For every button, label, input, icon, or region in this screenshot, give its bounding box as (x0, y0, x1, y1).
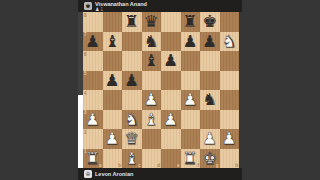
file-label-d: d (157, 163, 160, 168)
white-bishop[interactable]: ♝ (142, 110, 162, 130)
white-knight[interactable]: ♞ (122, 110, 142, 130)
square-d5[interactable] (142, 71, 162, 91)
square-b5[interactable]: ♟ (103, 71, 123, 91)
bottom-player-info: Levon Aronian (95, 171, 133, 177)
white-pawn[interactable]: ♟ (220, 129, 240, 149)
rank-label-5: 5 (84, 71, 87, 76)
file-label-e: e (177, 163, 180, 168)
square-d6[interactable]: ♝ (142, 51, 162, 71)
square-g5[interactable] (200, 71, 220, 91)
square-a3[interactable]: 3♟ (83, 110, 103, 130)
square-f6[interactable] (181, 51, 201, 71)
top-player-info: Viswanathan Anand ♟ 1 (95, 1, 147, 12)
square-a8[interactable]: 8 (83, 12, 103, 32)
square-g7[interactable]: ♟ (200, 32, 220, 52)
black-knight[interactable]: ♞ (200, 90, 220, 110)
black-pawn[interactable]: ♟ (200, 32, 220, 52)
square-f1[interactable]: f♜ (181, 149, 201, 169)
square-b1[interactable]: b (103, 149, 123, 169)
board-area: 8♜♛♜♚7♟♝♞♟♟♞6♝♟5♟♟4♟♟♞3♟♞♝♟2♟♛♟♟1a♜bc♝de… (78, 12, 242, 168)
square-f4[interactable]: ♟ (181, 90, 201, 110)
square-e5[interactable] (161, 71, 181, 91)
square-c6[interactable] (122, 51, 142, 71)
captured-pawn-icon: ♟ (95, 7, 99, 12)
square-g3[interactable] (200, 110, 220, 130)
square-a6[interactable]: 6 (83, 51, 103, 71)
square-d4[interactable]: ♟ (142, 90, 162, 110)
black-pawn[interactable]: ♟ (83, 32, 103, 52)
white-pawn[interactable]: ♟ (142, 90, 162, 110)
square-h1[interactable]: h (220, 149, 240, 169)
square-d7[interactable]: ♞ (142, 32, 162, 52)
square-b6[interactable] (103, 51, 123, 71)
black-pawn[interactable]: ♟ (161, 51, 181, 71)
square-g4[interactable]: ♞ (200, 90, 220, 110)
white-knight[interactable]: ♞ (220, 32, 240, 52)
square-a1[interactable]: 1a♜ (83, 149, 103, 169)
chess-board: 8♜♛♜♚7♟♝♞♟♟♞6♝♟5♟♟4♟♟♞3♟♞♝♟2♟♛♟♟1a♜bc♝de… (83, 12, 239, 168)
black-pawn[interactable]: ♟ (103, 71, 123, 91)
square-h5[interactable] (220, 71, 240, 91)
square-d1[interactable]: d (142, 149, 162, 169)
square-e2[interactable] (161, 129, 181, 149)
black-queen[interactable]: ♛ (142, 12, 162, 32)
square-e7[interactable] (161, 32, 181, 52)
white-queen[interactable]: ♛ (122, 129, 142, 149)
square-b2[interactable]: ♟ (103, 129, 123, 149)
square-c2[interactable]: ♛ (122, 129, 142, 149)
square-e8[interactable] (161, 12, 181, 32)
square-b7[interactable]: ♝ (103, 32, 123, 52)
square-h6[interactable] (220, 51, 240, 71)
square-h7[interactable]: ♞ (220, 32, 240, 52)
square-f2[interactable] (181, 129, 201, 149)
square-g2[interactable]: ♟ (200, 129, 220, 149)
white-pawn[interactable]: ♟ (200, 129, 220, 149)
square-f3[interactable] (181, 110, 201, 130)
white-player-avatar[interactable]: ♔ (84, 170, 92, 178)
square-c5[interactable]: ♟ (122, 71, 142, 91)
rank-label-8: 8 (84, 13, 87, 18)
square-a7[interactable]: 7♟ (83, 32, 103, 52)
square-e4[interactable] (161, 90, 181, 110)
square-b8[interactable] (103, 12, 123, 32)
bottom-player-bar: ♔ Levon Aronian (78, 168, 242, 180)
square-a5[interactable]: 5 (83, 71, 103, 91)
white-rook[interactable]: ♜ (181, 149, 201, 169)
square-e1[interactable]: e (161, 149, 181, 169)
app-window: ♚ Viswanathan Anand ♟ 1 8♜♛♜♚7♟♝♞♟♟♞6♝♟5… (0, 0, 320, 180)
rank-label-2: 2 (84, 130, 87, 135)
square-c1[interactable]: c♝ (122, 149, 142, 169)
square-c3[interactable]: ♞ (122, 110, 142, 130)
square-a4[interactable]: 4 (83, 90, 103, 110)
top-player-material: ♟ 1 (95, 7, 147, 12)
white-bishop[interactable]: ♝ (122, 149, 142, 169)
black-rook[interactable]: ♜ (122, 12, 142, 32)
white-king[interactable]: ♚ (200, 149, 220, 169)
square-a2[interactable]: 2 (83, 129, 103, 149)
square-d8[interactable]: ♛ (142, 12, 162, 32)
square-d2[interactable] (142, 129, 162, 149)
bottom-player-name[interactable]: Levon Aronian (95, 171, 133, 177)
white-rook[interactable]: ♜ (83, 149, 103, 169)
file-label-b: b (118, 163, 121, 168)
square-g8[interactable]: ♚ (200, 12, 220, 32)
square-c4[interactable] (122, 90, 142, 110)
white-king-icon: ♔ (85, 170, 90, 178)
file-label-h: h (235, 163, 238, 168)
square-h4[interactable] (220, 90, 240, 110)
square-b4[interactable] (103, 90, 123, 110)
square-h3[interactable] (220, 110, 240, 130)
square-f8[interactable]: ♜ (181, 12, 201, 32)
black-bishop[interactable]: ♝ (142, 51, 162, 71)
black-pawn[interactable]: ♟ (122, 71, 142, 91)
square-g6[interactable] (200, 51, 220, 71)
square-h8[interactable] (220, 12, 240, 32)
white-pawn[interactable]: ♟ (83, 110, 103, 130)
square-f7[interactable]: ♟ (181, 32, 201, 52)
square-b3[interactable] (103, 110, 123, 130)
material-count: 1 (100, 7, 103, 12)
square-h2[interactable]: ♟ (220, 129, 240, 149)
square-c7[interactable] (122, 32, 142, 52)
video-content-column: ♚ Viswanathan Anand ♟ 1 8♜♛♜♚7♟♝♞♟♟♞6♝♟5… (78, 0, 242, 180)
black-pawn[interactable]: ♟ (181, 32, 201, 52)
white-pawn[interactable]: ♟ (103, 129, 123, 149)
white-pawn[interactable]: ♟ (181, 90, 201, 110)
rank-label-6: 6 (84, 52, 87, 57)
black-knight[interactable]: ♞ (142, 32, 162, 52)
square-f5[interactable] (181, 71, 201, 91)
square-d3[interactable]: ♝ (142, 110, 162, 130)
black-rook[interactable]: ♜ (181, 12, 201, 32)
top-player-bar: ♚ Viswanathan Anand ♟ 1 (78, 0, 242, 12)
rank-label-4: 4 (84, 91, 87, 96)
white-pawn[interactable]: ♟ (161, 110, 181, 130)
black-player-avatar[interactable]: ♚ (84, 2, 92, 10)
black-king-icon: ♚ (85, 2, 90, 10)
black-king[interactable]: ♚ (200, 12, 220, 32)
black-bishop[interactable]: ♝ (103, 32, 123, 52)
square-c8[interactable]: ♜ (122, 12, 142, 32)
square-e3[interactable]: ♟ (161, 110, 181, 130)
square-g1[interactable]: g♚ (200, 149, 220, 169)
square-e6[interactable]: ♟ (161, 51, 181, 71)
